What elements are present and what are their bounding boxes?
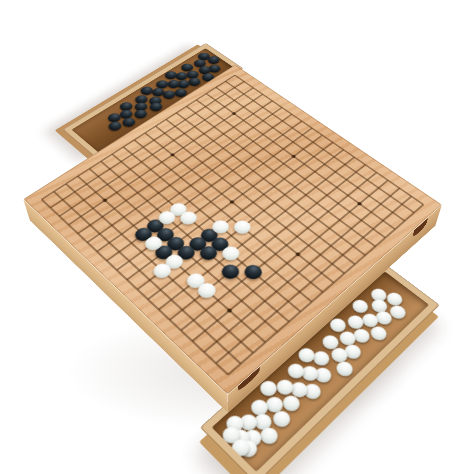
go-stone-black bbox=[208, 235, 232, 254]
go-stone-black bbox=[197, 244, 221, 263]
go-stone-white bbox=[142, 234, 166, 253]
go-stone-black bbox=[132, 225, 155, 244]
go-stone-black bbox=[154, 226, 177, 245]
go-stone-black bbox=[164, 234, 188, 253]
go-stone-white bbox=[162, 252, 186, 272]
go-stone-black bbox=[144, 217, 167, 235]
go-stone-white bbox=[155, 209, 178, 227]
go-stone-white bbox=[231, 218, 254, 236]
go-stone-black bbox=[241, 262, 265, 282]
go-stone-black bbox=[218, 262, 242, 282]
go-stone-white bbox=[194, 280, 219, 301]
product-photo bbox=[0, 0, 474, 474]
go-stone-black bbox=[198, 226, 221, 245]
go-stone-black bbox=[186, 235, 210, 254]
go-stone-black bbox=[152, 243, 176, 262]
tray-stone-black bbox=[132, 108, 150, 120]
go-stone-white bbox=[150, 261, 174, 281]
go-stone-white bbox=[167, 201, 190, 219]
go-stone-white bbox=[177, 209, 200, 227]
go-stone-white bbox=[219, 244, 243, 263]
go-stone-white bbox=[209, 218, 232, 236]
go-stone-black bbox=[174, 243, 198, 262]
go-stone-white bbox=[184, 271, 208, 291]
